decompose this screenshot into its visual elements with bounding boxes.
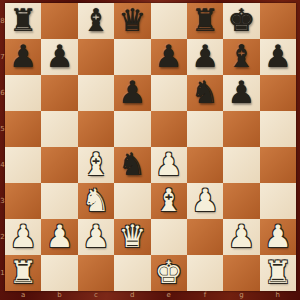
square-e3[interactable]: ♝ bbox=[151, 183, 187, 219]
square-f7[interactable]: ♟ bbox=[187, 39, 223, 75]
file-coordinates: abcdefgh bbox=[5, 291, 296, 300]
square-a4[interactable] bbox=[5, 147, 41, 183]
white-rook-h1[interactable]: ♜ bbox=[264, 257, 292, 288]
square-a2[interactable]: ♟ bbox=[5, 219, 41, 255]
square-h5[interactable] bbox=[260, 111, 296, 147]
square-d8[interactable]: ♛ bbox=[114, 3, 150, 39]
black-queen-d8[interactable]: ♛ bbox=[118, 5, 146, 36]
black-king-g8[interactable]: ♚ bbox=[228, 5, 256, 36]
file-label-b: b bbox=[41, 291, 77, 300]
white-bishop-c4[interactable]: ♝ bbox=[82, 149, 110, 180]
square-a3[interactable] bbox=[5, 183, 41, 219]
square-a5[interactable] bbox=[5, 111, 41, 147]
square-g3[interactable] bbox=[223, 183, 259, 219]
square-e6[interactable] bbox=[151, 75, 187, 111]
black-rook-f8[interactable]: ♜ bbox=[191, 5, 219, 36]
square-g4[interactable] bbox=[223, 147, 259, 183]
square-d4[interactable]: ♞ bbox=[114, 147, 150, 183]
square-e1[interactable]: ♚ bbox=[151, 255, 187, 291]
square-b2[interactable]: ♟ bbox=[41, 219, 77, 255]
square-c2[interactable]: ♟ bbox=[78, 219, 114, 255]
square-b7[interactable]: ♟ bbox=[41, 39, 77, 75]
white-pawn-h2[interactable]: ♟ bbox=[264, 221, 292, 252]
square-a1[interactable]: ♜ bbox=[5, 255, 41, 291]
square-a8[interactable]: ♜ bbox=[5, 3, 41, 39]
square-g1[interactable] bbox=[223, 255, 259, 291]
black-bishop-c8[interactable]: ♝ bbox=[82, 5, 110, 36]
square-d5[interactable] bbox=[114, 111, 150, 147]
square-c3[interactable]: ♞ bbox=[78, 183, 114, 219]
white-queen-d2[interactable]: ♛ bbox=[118, 221, 146, 252]
white-pawn-e4[interactable]: ♟ bbox=[155, 149, 183, 180]
square-h6[interactable] bbox=[260, 75, 296, 111]
white-pawn-f3[interactable]: ♟ bbox=[191, 185, 219, 216]
square-h3[interactable] bbox=[260, 183, 296, 219]
rank-label-1: 1 bbox=[0, 255, 5, 291]
file-label-c: c bbox=[78, 291, 114, 300]
square-e7[interactable]: ♟ bbox=[151, 39, 187, 75]
white-pawn-b2[interactable]: ♟ bbox=[46, 221, 74, 252]
black-pawn-a7[interactable]: ♟ bbox=[9, 41, 37, 72]
square-c8[interactable]: ♝ bbox=[78, 3, 114, 39]
square-c5[interactable] bbox=[78, 111, 114, 147]
file-label-e: e bbox=[151, 291, 187, 300]
square-g2[interactable]: ♟ bbox=[223, 219, 259, 255]
square-f4[interactable] bbox=[187, 147, 223, 183]
square-e2[interactable] bbox=[151, 219, 187, 255]
file-label-h: h bbox=[260, 291, 296, 300]
square-d3[interactable] bbox=[114, 183, 150, 219]
square-a7[interactable]: ♟ bbox=[5, 39, 41, 75]
square-g7[interactable]: ♝ bbox=[223, 39, 259, 75]
square-b3[interactable] bbox=[41, 183, 77, 219]
square-b5[interactable] bbox=[41, 111, 77, 147]
file-label-g: g bbox=[223, 291, 259, 300]
square-h7[interactable]: ♟ bbox=[260, 39, 296, 75]
black-pawn-e7[interactable]: ♟ bbox=[155, 41, 183, 72]
square-d1[interactable] bbox=[114, 255, 150, 291]
white-bishop-e3[interactable]: ♝ bbox=[155, 185, 183, 216]
rank-label-2: 2 bbox=[0, 219, 5, 255]
square-h8[interactable] bbox=[260, 3, 296, 39]
white-pawn-a2[interactable]: ♟ bbox=[9, 221, 37, 252]
black-pawn-b7[interactable]: ♟ bbox=[46, 41, 74, 72]
rank-label-4: 4 bbox=[0, 147, 5, 183]
square-b1[interactable] bbox=[41, 255, 77, 291]
rank-label-5: 5 bbox=[0, 111, 5, 147]
square-g6[interactable]: ♟ bbox=[223, 75, 259, 111]
black-pawn-h7[interactable]: ♟ bbox=[264, 41, 292, 72]
white-king-e1[interactable]: ♚ bbox=[155, 257, 183, 288]
square-f5[interactable] bbox=[187, 111, 223, 147]
rank-label-3: 3 bbox=[0, 183, 5, 219]
square-e5[interactable] bbox=[151, 111, 187, 147]
square-c6[interactable] bbox=[78, 75, 114, 111]
black-knight-f6[interactable]: ♞ bbox=[191, 77, 219, 108]
square-h4[interactable] bbox=[260, 147, 296, 183]
square-b6[interactable] bbox=[41, 75, 77, 111]
rank-label-8: 8 bbox=[0, 3, 5, 39]
square-b4[interactable] bbox=[41, 147, 77, 183]
square-f8[interactable]: ♜ bbox=[187, 3, 223, 39]
white-knight-c3[interactable]: ♞ bbox=[82, 185, 110, 216]
chess-board: ♜♝♛♜♚♟♟♟♟♝♟♟♞♟♝♞♟♞♝♟♟♟♟♛♟♟♜♚♜ bbox=[5, 3, 296, 291]
square-d7[interactable] bbox=[114, 39, 150, 75]
white-pawn-c2[interactable]: ♟ bbox=[82, 221, 110, 252]
square-d6[interactable]: ♟ bbox=[114, 75, 150, 111]
black-knight-d4[interactable]: ♞ bbox=[118, 149, 146, 180]
square-h1[interactable]: ♜ bbox=[260, 255, 296, 291]
black-bishop-g7[interactable]: ♝ bbox=[228, 41, 256, 72]
square-f6[interactable]: ♞ bbox=[187, 75, 223, 111]
square-e8[interactable] bbox=[151, 3, 187, 39]
square-f1[interactable] bbox=[187, 255, 223, 291]
square-f2[interactable] bbox=[187, 219, 223, 255]
file-label-f: f bbox=[187, 291, 223, 300]
square-c7[interactable] bbox=[78, 39, 114, 75]
square-f3[interactable]: ♟ bbox=[187, 183, 223, 219]
black-pawn-g6[interactable]: ♟ bbox=[228, 77, 256, 108]
square-a6[interactable] bbox=[5, 75, 41, 111]
rank-coordinates: 87654321 bbox=[0, 3, 5, 291]
rank-label-7: 7 bbox=[0, 39, 5, 75]
file-label-d: d bbox=[114, 291, 150, 300]
black-pawn-d6[interactable]: ♟ bbox=[118, 77, 146, 108]
square-b8[interactable] bbox=[41, 3, 77, 39]
square-h2[interactable]: ♟ bbox=[260, 219, 296, 255]
white-rook-a1[interactable]: ♜ bbox=[9, 257, 37, 288]
board-frame: ♜♝♛♜♚♟♟♟♟♝♟♟♞♟♝♞♟♞♝♟♟♟♟♛♟♟♜♚♜ abcdefgh 8… bbox=[0, 0, 300, 300]
square-c4[interactable]: ♝ bbox=[78, 147, 114, 183]
black-rook-a8[interactable]: ♜ bbox=[9, 5, 37, 36]
white-pawn-g2[interactable]: ♟ bbox=[228, 221, 256, 252]
rank-label-6: 6 bbox=[0, 75, 5, 111]
square-c1[interactable] bbox=[78, 255, 114, 291]
square-d2[interactable]: ♛ bbox=[114, 219, 150, 255]
square-e4[interactable]: ♟ bbox=[151, 147, 187, 183]
square-g8[interactable]: ♚ bbox=[223, 3, 259, 39]
square-g5[interactable] bbox=[223, 111, 259, 147]
black-pawn-f7[interactable]: ♟ bbox=[191, 41, 219, 72]
file-label-a: a bbox=[5, 291, 41, 300]
